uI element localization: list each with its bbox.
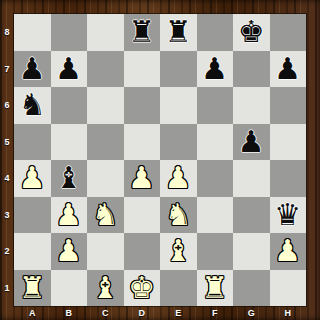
square-d3[interactable]: [124, 197, 161, 234]
white-pawn-a4: ♟: [19, 160, 46, 197]
rank-label-3: 3: [0, 197, 14, 234]
board-area: ♜♜♚♟♟♟♟♞♟♟♝♟♟♟♞♞♛♟♝♟♜♝♚♜: [14, 14, 306, 306]
black-pawn-f7: ♟: [201, 51, 228, 88]
file-label-e: E: [160, 306, 197, 320]
white-pawn-h2: ♟: [274, 233, 301, 270]
square-b4[interactable]: ♝: [51, 160, 88, 197]
rank-labels: 87654321: [0, 14, 14, 306]
white-pawn-e4: ♟: [165, 160, 192, 197]
rank-label-2: 2: [0, 233, 14, 270]
square-a6[interactable]: ♞: [14, 87, 51, 124]
square-e8[interactable]: ♜: [160, 14, 197, 51]
square-f4[interactable]: [197, 160, 234, 197]
square-h5[interactable]: [270, 124, 307, 161]
square-a8[interactable]: [14, 14, 51, 51]
square-b7[interactable]: ♟: [51, 51, 88, 88]
square-a2[interactable]: [14, 233, 51, 270]
black-rook-d8: ♜: [128, 14, 155, 51]
square-a3[interactable]: [14, 197, 51, 234]
square-d2[interactable]: [124, 233, 161, 270]
square-h1[interactable]: [270, 270, 307, 307]
square-g1[interactable]: [233, 270, 270, 307]
square-h2[interactable]: ♟: [270, 233, 307, 270]
square-f6[interactable]: [197, 87, 234, 124]
square-e2[interactable]: ♝: [160, 233, 197, 270]
square-h7[interactable]: ♟: [270, 51, 307, 88]
white-king-d1: ♚: [128, 270, 155, 307]
square-g6[interactable]: [233, 87, 270, 124]
square-c4[interactable]: [87, 160, 124, 197]
white-rook-a1: ♜: [19, 270, 46, 307]
square-c3[interactable]: ♞: [87, 197, 124, 234]
square-e5[interactable]: [160, 124, 197, 161]
square-e6[interactable]: [160, 87, 197, 124]
square-f8[interactable]: [197, 14, 234, 51]
square-f2[interactable]: [197, 233, 234, 270]
square-c5[interactable]: [87, 124, 124, 161]
rank-label-6: 6: [0, 87, 14, 124]
square-g7[interactable]: [233, 51, 270, 88]
black-pawn-b7: ♟: [55, 51, 82, 88]
square-e1[interactable]: [160, 270, 197, 307]
square-h8[interactable]: [270, 14, 307, 51]
black-pawn-a7: ♟: [19, 51, 46, 88]
rank-label-8: 8: [0, 14, 14, 51]
square-c2[interactable]: [87, 233, 124, 270]
square-g4[interactable]: [233, 160, 270, 197]
black-rook-e8: ♜: [165, 14, 192, 51]
square-g8[interactable]: ♚: [233, 14, 270, 51]
square-d6[interactable]: [124, 87, 161, 124]
white-bishop-c1: ♝: [92, 270, 119, 307]
square-f3[interactable]: [197, 197, 234, 234]
file-label-b: B: [51, 306, 88, 320]
square-d4[interactable]: ♟: [124, 160, 161, 197]
square-b5[interactable]: [51, 124, 88, 161]
rank-label-5: 5: [0, 124, 14, 161]
white-bishop-e2: ♝: [165, 233, 192, 270]
white-pawn-d4: ♟: [128, 160, 155, 197]
file-label-g: G: [233, 306, 270, 320]
white-knight-e3: ♞: [165, 197, 192, 234]
rank-label-4: 4: [0, 160, 14, 197]
file-label-c: C: [87, 306, 124, 320]
square-c8[interactable]: [87, 14, 124, 51]
file-label-a: A: [14, 306, 51, 320]
white-pawn-b2: ♟: [55, 233, 82, 270]
square-e4[interactable]: ♟: [160, 160, 197, 197]
square-c1[interactable]: ♝: [87, 270, 124, 307]
chess-board-frame: 87654321 ♜♜♚♟♟♟♟♞♟♟♝♟♟♟♞♞♛♟♝♟♜♝♚♜ ABCDEF…: [0, 0, 320, 320]
square-d1[interactable]: ♚: [124, 270, 161, 307]
square-h6[interactable]: [270, 87, 307, 124]
square-f5[interactable]: [197, 124, 234, 161]
square-d8[interactable]: ♜: [124, 14, 161, 51]
white-pawn-b3: ♟: [55, 197, 82, 234]
square-g3[interactable]: [233, 197, 270, 234]
square-c7[interactable]: [87, 51, 124, 88]
square-g5[interactable]: ♟: [233, 124, 270, 161]
file-labels: ABCDEFGH: [14, 306, 306, 320]
black-knight-a6: ♞: [19, 87, 46, 124]
black-king-g8: ♚: [238, 14, 265, 51]
square-a5[interactable]: [14, 124, 51, 161]
square-d5[interactable]: [124, 124, 161, 161]
square-b2[interactable]: ♟: [51, 233, 88, 270]
board-grid: ♜♜♚♟♟♟♟♞♟♟♝♟♟♟♞♞♛♟♝♟♜♝♚♜: [14, 14, 306, 306]
square-g2[interactable]: [233, 233, 270, 270]
square-b3[interactable]: ♟: [51, 197, 88, 234]
square-a7[interactable]: ♟: [14, 51, 51, 88]
file-label-h: H: [270, 306, 307, 320]
black-bishop-b4: ♝: [55, 160, 82, 197]
square-e3[interactable]: ♞: [160, 197, 197, 234]
black-queen-h3: ♛: [274, 197, 301, 234]
square-b1[interactable]: [51, 270, 88, 307]
rank-label-7: 7: [0, 51, 14, 88]
white-rook-f1: ♜: [201, 270, 228, 307]
square-a1[interactable]: ♜: [14, 270, 51, 307]
square-d7[interactable]: [124, 51, 161, 88]
square-b8[interactable]: [51, 14, 88, 51]
square-f1[interactable]: ♜: [197, 270, 234, 307]
file-label-f: F: [197, 306, 234, 320]
square-a4[interactable]: ♟: [14, 160, 51, 197]
square-f7[interactable]: ♟: [197, 51, 234, 88]
square-b6[interactable]: [51, 87, 88, 124]
square-c6[interactable]: [87, 87, 124, 124]
square-e7[interactable]: [160, 51, 197, 88]
white-knight-c3: ♞: [92, 197, 119, 234]
black-pawn-h7: ♟: [274, 51, 301, 88]
file-label-d: D: [124, 306, 161, 320]
square-h4[interactable]: [270, 160, 307, 197]
black-pawn-g5: ♟: [238, 124, 265, 161]
rank-label-1: 1: [0, 270, 14, 307]
square-h3[interactable]: ♛: [270, 197, 307, 234]
